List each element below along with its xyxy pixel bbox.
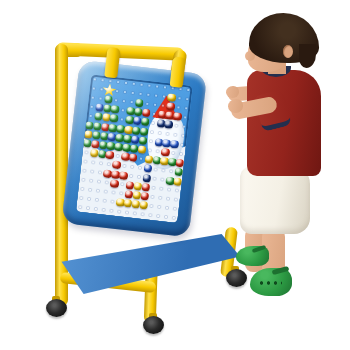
peg-green-peg: [141, 118, 150, 127]
peg-blue-peg: [143, 164, 152, 173]
peg-red-peg: [119, 171, 128, 180]
peg-green-peg: [140, 127, 149, 136]
boy-ear: [283, 45, 293, 58]
boy-hair-back: [299, 44, 316, 68]
pegboard: [61, 60, 207, 237]
caster-wheel-left: [46, 299, 67, 317]
peg-navy-peg: [142, 173, 151, 182]
boy-near-hand: [228, 99, 243, 113]
peg-red-peg: [129, 153, 138, 162]
boy-shorts: [240, 166, 310, 234]
peg-green-peg: [104, 95, 113, 104]
peg-green-peg: [109, 114, 118, 123]
caster-wheel-center: [143, 316, 164, 334]
peg-red-peg: [142, 109, 151, 118]
peg-green-peg: [174, 168, 183, 177]
peg-blue-peg: [170, 140, 179, 149]
boy-far-hand: [226, 86, 239, 98]
peg-navy-peg: [164, 120, 173, 129]
peg-green-peg: [139, 136, 148, 145]
peg-green-peg: [110, 105, 119, 114]
product-photo: [0, 0, 350, 350]
peg-green-peg: [135, 99, 144, 108]
peg-yellow-peg: [173, 177, 182, 186]
peg-yellow-peg: [167, 93, 176, 102]
peg-red-peg: [110, 179, 119, 188]
peg-yellow-peg: [137, 145, 146, 154]
caster-wheel-rear: [226, 269, 247, 287]
peg-red-peg: [166, 102, 175, 111]
peg-red-peg: [141, 183, 150, 192]
boy-near-shoe: [250, 268, 292, 296]
peg-red-peg: [161, 148, 170, 157]
peg-red-peg: [105, 151, 114, 160]
pegboard-picture: [76, 74, 193, 223]
peg-red-peg: [175, 159, 184, 168]
peg-red-peg: [140, 192, 149, 201]
peg-red-peg: [173, 112, 182, 121]
peg-layer: [76, 74, 193, 223]
peg-yellow-peg: [139, 201, 148, 210]
peg-red-peg: [112, 161, 121, 170]
